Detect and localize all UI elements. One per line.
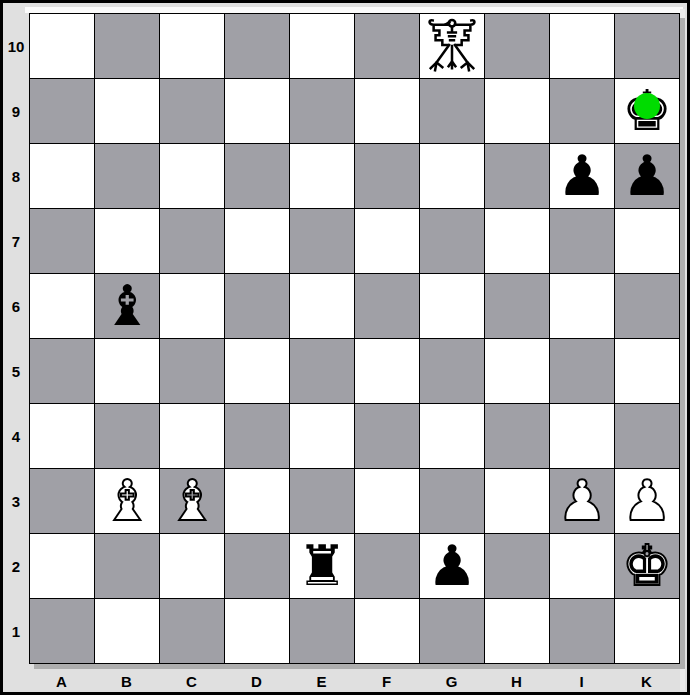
frame-bevel-right	[680, 9, 685, 690]
square-G8[interactable]	[420, 144, 484, 208]
rank-label-4: 4	[3, 404, 29, 469]
rank-label-10: 10	[3, 14, 29, 79]
square-E8[interactable]	[290, 144, 354, 208]
square-C6[interactable]	[160, 274, 224, 338]
file-label-D: D	[224, 668, 289, 694]
square-D6[interactable]	[225, 274, 289, 338]
rank-label-5: 5	[3, 339, 29, 404]
square-H9[interactable]	[485, 79, 549, 143]
square-B5[interactable]	[95, 339, 159, 403]
black-pawn-piece[interactable]: ♟	[427, 538, 477, 594]
square-G10[interactable]	[420, 14, 484, 78]
square-H3[interactable]	[485, 469, 549, 533]
square-C8[interactable]	[160, 144, 224, 208]
square-B3[interactable]: ♝	[95, 469, 159, 533]
black-rook-piece[interactable]: ♜	[297, 538, 347, 594]
square-F8[interactable]	[355, 144, 419, 208]
square-B7[interactable]	[95, 209, 159, 273]
square-G4[interactable]	[420, 404, 484, 468]
square-G6[interactable]	[420, 274, 484, 338]
square-F10[interactable]	[355, 14, 419, 78]
square-B4[interactable]	[95, 404, 159, 468]
square-C10[interactable]	[160, 14, 224, 78]
square-C4[interactable]	[160, 404, 224, 468]
square-K2[interactable]: ♚	[615, 534, 679, 598]
square-G2[interactable]: ♟	[420, 534, 484, 598]
square-I6[interactable]	[550, 274, 614, 338]
rank-labels: 10987654321	[3, 14, 29, 664]
square-K8[interactable]: ♟	[615, 144, 679, 208]
square-F5[interactable]	[355, 339, 419, 403]
square-B6[interactable]: ♝	[95, 274, 159, 338]
square-D10[interactable]	[225, 14, 289, 78]
square-B10[interactable]	[95, 14, 159, 78]
square-I3[interactable]: ♟	[550, 469, 614, 533]
square-C9[interactable]	[160, 79, 224, 143]
square-F2[interactable]	[355, 534, 419, 598]
square-C5[interactable]	[160, 339, 224, 403]
square-E4[interactable]	[290, 404, 354, 468]
eagle-icon	[423, 17, 481, 75]
square-B9[interactable]	[95, 79, 159, 143]
square-H10[interactable]	[485, 14, 549, 78]
square-A3[interactable]	[30, 469, 94, 533]
square-G7[interactable]	[420, 209, 484, 273]
square-C1[interactable]	[160, 599, 224, 663]
square-H1[interactable]	[485, 599, 549, 663]
file-label-H: H	[484, 668, 549, 694]
square-E3[interactable]	[290, 469, 354, 533]
square-E10[interactable]	[290, 14, 354, 78]
square-G3[interactable]	[420, 469, 484, 533]
square-I1[interactable]	[550, 599, 614, 663]
file-label-I: I	[549, 668, 614, 694]
square-H8[interactable]	[485, 144, 549, 208]
white-bishop-piece[interactable]: ♝	[167, 473, 217, 529]
square-K3[interactable]: ♟	[615, 469, 679, 533]
square-K10[interactable]	[615, 14, 679, 78]
square-K6[interactable]	[615, 274, 679, 338]
square-K1[interactable]	[615, 599, 679, 663]
square-G9[interactable]	[420, 79, 484, 143]
square-I2[interactable]	[550, 534, 614, 598]
square-I5[interactable]	[550, 339, 614, 403]
file-label-A: A	[29, 668, 94, 694]
rank-label-2: 2	[3, 534, 29, 599]
square-A10[interactable]	[30, 14, 94, 78]
square-I7[interactable]	[550, 209, 614, 273]
square-E2[interactable]: ♜	[290, 534, 354, 598]
black-pawn-piece[interactable]: ♟	[622, 148, 672, 204]
square-H4[interactable]	[485, 404, 549, 468]
square-B1[interactable]	[95, 599, 159, 663]
square-A8[interactable]	[30, 144, 94, 208]
square-D7[interactable]	[225, 209, 289, 273]
rank-label-6: 6	[3, 274, 29, 339]
square-E7[interactable]	[290, 209, 354, 273]
square-I9[interactable]	[550, 79, 614, 143]
square-C3[interactable]: ♝	[160, 469, 224, 533]
square-I4[interactable]	[550, 404, 614, 468]
square-F9[interactable]	[355, 79, 419, 143]
file-label-F: F	[354, 668, 419, 694]
file-label-G: G	[419, 668, 484, 694]
square-C7[interactable]	[160, 209, 224, 273]
square-F3[interactable]	[355, 469, 419, 533]
rank-label-1: 1	[3, 599, 29, 664]
square-A2[interactable]	[30, 534, 94, 598]
chess-board: ♚♟♟♝♝♝♟♟♜♟♚	[29, 13, 680, 664]
file-label-K: K	[614, 668, 679, 694]
check-highlight-dot	[634, 93, 660, 119]
rank-label-7: 7	[3, 209, 29, 274]
game-window: 10987654321 ♚♟♟♝♝♝♟♟♜♟♚ ABCDEFGHIK	[0, 0, 690, 695]
square-D5[interactable]	[225, 339, 289, 403]
square-D1[interactable]	[225, 599, 289, 663]
rank-label-3: 3	[3, 469, 29, 534]
file-label-E: E	[289, 668, 354, 694]
black-pawn-piece[interactable]: ♟	[557, 148, 607, 204]
square-A4[interactable]	[30, 404, 94, 468]
square-B2[interactable]	[95, 534, 159, 598]
square-H6[interactable]	[485, 274, 549, 338]
white-eagle-piece[interactable]	[423, 17, 481, 75]
white-bishop-piece[interactable]: ♝	[102, 473, 152, 529]
square-D8[interactable]	[225, 144, 289, 208]
square-H5[interactable]	[485, 339, 549, 403]
rank-label-9: 9	[3, 79, 29, 144]
rank-label-8: 8	[3, 144, 29, 209]
square-C2[interactable]	[160, 534, 224, 598]
square-E5[interactable]	[290, 339, 354, 403]
square-K9[interactable]: ♚	[615, 79, 679, 143]
square-G1[interactable]	[420, 599, 484, 663]
square-F6[interactable]	[355, 274, 419, 338]
square-K7[interactable]	[615, 209, 679, 273]
file-label-B: B	[94, 668, 159, 694]
square-K4[interactable]	[615, 404, 679, 468]
square-I8[interactable]: ♟	[550, 144, 614, 208]
square-K5[interactable]	[615, 339, 679, 403]
file-labels: ABCDEFGHIK	[29, 668, 680, 694]
square-G5[interactable]	[420, 339, 484, 403]
square-A1[interactable]	[30, 599, 94, 663]
square-A7[interactable]	[30, 209, 94, 273]
square-D4[interactable]	[225, 404, 289, 468]
square-E9[interactable]	[290, 79, 354, 143]
square-F1[interactable]	[355, 599, 419, 663]
square-D9[interactable]	[225, 79, 289, 143]
square-E6[interactable]	[290, 274, 354, 338]
white-pawn-piece[interactable]: ♟	[557, 473, 607, 529]
square-E1[interactable]	[290, 599, 354, 663]
square-A5[interactable]	[30, 339, 94, 403]
white-pawn-piece[interactable]: ♟	[622, 473, 672, 529]
square-D3[interactable]	[225, 469, 289, 533]
file-label-C: C	[159, 668, 224, 694]
square-H7[interactable]	[485, 209, 549, 273]
square-A6[interactable]	[30, 274, 94, 338]
square-I10[interactable]	[550, 14, 614, 78]
square-H2[interactable]	[485, 534, 549, 598]
square-D2[interactable]	[225, 534, 289, 598]
square-A9[interactable]	[30, 79, 94, 143]
square-B8[interactable]	[95, 144, 159, 208]
square-F4[interactable]	[355, 404, 419, 468]
square-F7[interactable]	[355, 209, 419, 273]
white-king-piece[interactable]: ♚	[622, 538, 672, 594]
black-bishop-piece[interactable]: ♝	[102, 278, 152, 334]
